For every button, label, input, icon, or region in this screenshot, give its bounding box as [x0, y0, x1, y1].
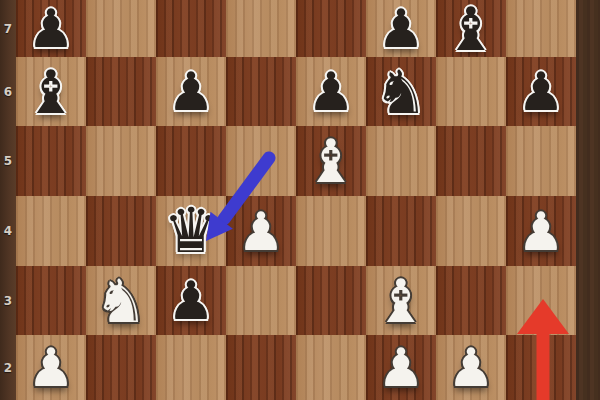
white-bishop-e5[interactable]: ♝: [296, 126, 366, 196]
square-d3[interactable]: [226, 266, 296, 335]
square-e7[interactable]: [296, 0, 366, 57]
white-pawn-a2[interactable]: ♟: [16, 335, 86, 400]
square-h6[interactable]: ♟: [506, 57, 576, 126]
square-a6[interactable]: ♝: [16, 57, 86, 126]
square-b4[interactable]: [86, 196, 156, 266]
black-pawn-c3[interactable]: ♟: [156, 266, 226, 335]
board-right-border: [576, 0, 600, 400]
black-knight-f6[interactable]: ♞: [366, 57, 436, 126]
black-pawn-e6[interactable]: ♟: [296, 57, 366, 126]
square-b6[interactable]: [86, 57, 156, 126]
square-b5[interactable]: [86, 126, 156, 196]
square-g4[interactable]: [436, 196, 506, 266]
square-g5[interactable]: [436, 126, 506, 196]
black-pawn-c6[interactable]: ♟: [156, 57, 226, 126]
square-d7[interactable]: [226, 0, 296, 57]
square-a5[interactable]: [16, 126, 86, 196]
chess-board-frame: 7 6 5 4 3 2 ♟♟♝♝♟♟♞♟♝♛♟♟♞♟♝♟♟♟: [0, 0, 600, 400]
square-c6[interactable]: ♟: [156, 57, 226, 126]
square-b3[interactable]: ♞: [86, 266, 156, 335]
black-pawn-h6[interactable]: ♟: [506, 57, 576, 126]
square-a2[interactable]: ♟: [16, 335, 86, 400]
square-c7[interactable]: [156, 0, 226, 57]
square-a7[interactable]: ♟: [16, 0, 86, 57]
square-f3[interactable]: ♝: [366, 266, 436, 335]
square-b7[interactable]: [86, 0, 156, 57]
square-e4[interactable]: [296, 196, 366, 266]
square-d4[interactable]: ♟: [226, 196, 296, 266]
rank-label-4: 4: [0, 196, 16, 266]
rank-label-6: 6: [0, 57, 16, 126]
black-bishop-g7[interactable]: ♝: [436, 0, 506, 57]
white-knight-b3[interactable]: ♞: [86, 266, 156, 335]
square-f6[interactable]: ♞: [366, 57, 436, 126]
black-bishop-a6[interactable]: ♝: [16, 57, 86, 126]
square-f4[interactable]: [366, 196, 436, 266]
chess-board: ♟♟♝♝♟♟♞♟♝♛♟♟♞♟♝♟♟♟: [16, 0, 576, 400]
white-bishop-f3[interactable]: ♝: [366, 266, 436, 335]
square-d5[interactable]: [226, 126, 296, 196]
square-h4[interactable]: ♟: [506, 196, 576, 266]
rank-label-5: 5: [0, 126, 16, 196]
black-pawn-a7[interactable]: ♟: [16, 0, 86, 57]
square-c4[interactable]: ♛: [156, 196, 226, 266]
square-f5[interactable]: [366, 126, 436, 196]
square-f7[interactable]: ♟: [366, 0, 436, 57]
square-e5[interactable]: ♝: [296, 126, 366, 196]
square-e2[interactable]: [296, 335, 366, 400]
square-g3[interactable]: [436, 266, 506, 335]
square-c5[interactable]: [156, 126, 226, 196]
square-h5[interactable]: [506, 126, 576, 196]
square-g6[interactable]: [436, 57, 506, 126]
square-f2[interactable]: ♟: [366, 335, 436, 400]
rank-label-7: 7: [0, 0, 16, 57]
white-pawn-g2[interactable]: ♟: [436, 335, 506, 400]
square-d6[interactable]: [226, 57, 296, 126]
black-pawn-f7[interactable]: ♟: [366, 0, 436, 57]
square-a3[interactable]: [16, 266, 86, 335]
white-pawn-h4[interactable]: ♟: [506, 196, 576, 266]
square-e6[interactable]: ♟: [296, 57, 366, 126]
white-pawn-f2[interactable]: ♟: [366, 335, 436, 400]
square-d2[interactable]: [226, 335, 296, 400]
rank-label-3: 3: [0, 266, 16, 335]
square-a4[interactable]: [16, 196, 86, 266]
square-c3[interactable]: ♟: [156, 266, 226, 335]
square-g2[interactable]: ♟: [436, 335, 506, 400]
board-left-border: 7 6 5 4 3 2: [0, 0, 16, 400]
square-g7[interactable]: ♝: [436, 0, 506, 57]
square-h7[interactable]: [506, 0, 576, 57]
square-h3[interactable]: [506, 266, 576, 335]
square-b2[interactable]: [86, 335, 156, 400]
square-e3[interactable]: [296, 266, 366, 335]
rank-label-2: 2: [0, 335, 16, 400]
square-c2[interactable]: [156, 335, 226, 400]
black-queen-c4[interactable]: ♛: [156, 196, 226, 266]
square-h2[interactable]: [506, 335, 576, 400]
white-pawn-d4[interactable]: ♟: [226, 196, 296, 266]
